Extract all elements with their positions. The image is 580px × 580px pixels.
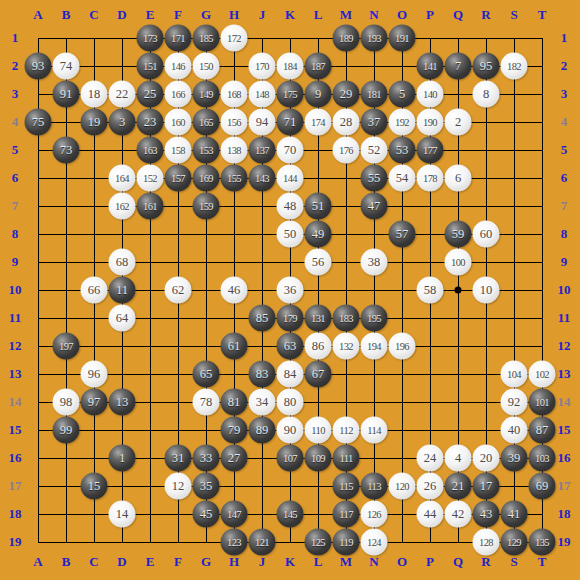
white-stone-R8[interactable]: 60 bbox=[473, 221, 500, 248]
move-number: 46 bbox=[228, 283, 241, 298]
left-coord-label: 12 bbox=[9, 339, 22, 353]
bottom-coord-label: C bbox=[89, 555, 98, 569]
move-number: 121 bbox=[255, 537, 269, 548]
left-coord-label: 6 bbox=[12, 171, 19, 185]
black-stone-M17[interactable]: 115 bbox=[333, 473, 360, 500]
black-stone-D14[interactable]: 13 bbox=[109, 389, 136, 416]
move-number: 1 bbox=[119, 451, 125, 466]
black-stone-D10[interactable]: 11 bbox=[109, 277, 136, 304]
black-stone-T15[interactable]: 87 bbox=[529, 417, 556, 444]
black-stone-K11[interactable]: 179 bbox=[277, 305, 304, 332]
white-stone-C10[interactable]: 66 bbox=[81, 277, 108, 304]
move-number: 110 bbox=[311, 425, 325, 436]
black-stone-A2[interactable]: 93 bbox=[25, 53, 52, 80]
move-number: 74 bbox=[60, 59, 73, 74]
white-stone-Q16[interactable]: 4 bbox=[445, 445, 472, 472]
black-stone-T14[interactable]: 101 bbox=[529, 389, 556, 416]
black-stone-J11[interactable]: 85 bbox=[249, 305, 276, 332]
move-number: 9 bbox=[315, 87, 321, 102]
top-coord-label: S bbox=[510, 8, 517, 22]
black-stone-B5[interactable]: 73 bbox=[53, 137, 80, 164]
white-stone-F3[interactable]: 166 bbox=[165, 81, 192, 108]
move-number: 163 bbox=[143, 145, 157, 156]
black-stone-N4[interactable]: 37 bbox=[361, 109, 388, 136]
move-number: 81 bbox=[228, 395, 241, 410]
white-stone-P10[interactable]: 58 bbox=[417, 277, 444, 304]
move-number: 35 bbox=[200, 479, 213, 494]
move-number: 197 bbox=[59, 341, 73, 352]
black-stone-F6[interactable]: 157 bbox=[165, 165, 192, 192]
left-coord-label: 2 bbox=[12, 59, 19, 73]
black-stone-H19[interactable]: 123 bbox=[221, 529, 248, 556]
move-number: 117 bbox=[339, 509, 353, 520]
white-stone-O17[interactable]: 120 bbox=[389, 473, 416, 500]
black-stone-L11[interactable]: 131 bbox=[305, 305, 332, 332]
black-stone-H6[interactable]: 155 bbox=[221, 165, 248, 192]
black-stone-C4[interactable]: 19 bbox=[81, 109, 108, 136]
white-stone-J2[interactable]: 170 bbox=[249, 53, 276, 80]
black-stone-G7[interactable]: 159 bbox=[193, 193, 220, 220]
white-stone-D6[interactable]: 164 bbox=[109, 165, 136, 192]
top-coord-label: K bbox=[285, 8, 295, 22]
move-number: 146 bbox=[171, 61, 185, 72]
move-number: 91 bbox=[60, 87, 73, 102]
black-stone-R18[interactable]: 43 bbox=[473, 501, 500, 528]
black-stone-G6[interactable]: 169 bbox=[193, 165, 220, 192]
move-number: 61 bbox=[228, 339, 241, 354]
move-number: 138 bbox=[227, 145, 241, 156]
bottom-coord-label: Q bbox=[453, 555, 463, 569]
move-number: 14 bbox=[116, 507, 129, 522]
white-stone-S14[interactable]: 92 bbox=[501, 389, 528, 416]
white-stone-K5[interactable]: 70 bbox=[277, 137, 304, 164]
white-stone-L4[interactable]: 174 bbox=[305, 109, 332, 136]
black-stone-M11[interactable]: 183 bbox=[333, 305, 360, 332]
white-stone-P17[interactable]: 26 bbox=[417, 473, 444, 500]
move-number: 140 bbox=[423, 89, 437, 100]
black-stone-K3[interactable]: 175 bbox=[277, 81, 304, 108]
black-stone-Q17[interactable]: 21 bbox=[445, 473, 472, 500]
white-stone-L9[interactable]: 56 bbox=[305, 249, 332, 276]
black-stone-B3[interactable]: 91 bbox=[53, 81, 80, 108]
black-stone-E5[interactable]: 163 bbox=[137, 137, 164, 164]
black-stone-G18[interactable]: 45 bbox=[193, 501, 220, 528]
white-stone-E6[interactable]: 152 bbox=[137, 165, 164, 192]
move-number: 187 bbox=[311, 61, 325, 72]
black-stone-G5[interactable]: 153 bbox=[193, 137, 220, 164]
bottom-coord-label: D bbox=[117, 555, 126, 569]
right-coord-label: 16 bbox=[558, 451, 571, 465]
black-stone-E1[interactable]: 173 bbox=[137, 25, 164, 52]
move-number: 24 bbox=[424, 451, 437, 466]
white-stone-O12[interactable]: 196 bbox=[389, 333, 416, 360]
move-number: 86 bbox=[312, 339, 325, 354]
right-coord-label: 3 bbox=[561, 87, 568, 101]
black-stone-E7[interactable]: 161 bbox=[137, 193, 164, 220]
move-number: 99 bbox=[60, 423, 73, 438]
black-stone-O8[interactable]: 57 bbox=[389, 221, 416, 248]
move-number: 109 bbox=[311, 453, 325, 464]
top-coord-label: R bbox=[481, 8, 490, 22]
move-number: 119 bbox=[339, 537, 353, 548]
black-stone-H15[interactable]: 79 bbox=[221, 417, 248, 444]
black-stone-M1[interactable]: 189 bbox=[333, 25, 360, 52]
move-number: 150 bbox=[199, 61, 213, 72]
move-number: 112 bbox=[339, 425, 353, 436]
black-stone-R17[interactable]: 17 bbox=[473, 473, 500, 500]
black-stone-S16[interactable]: 39 bbox=[501, 445, 528, 472]
white-stone-R16[interactable]: 20 bbox=[473, 445, 500, 472]
move-number: 63 bbox=[284, 339, 297, 354]
move-number: 152 bbox=[143, 173, 157, 184]
left-coord-label: 8 bbox=[12, 227, 19, 241]
bottom-coord-label: F bbox=[174, 555, 182, 569]
black-stone-P5[interactable]: 177 bbox=[417, 137, 444, 164]
black-stone-Q2[interactable]: 7 bbox=[445, 53, 472, 80]
black-stone-G16[interactable]: 33 bbox=[193, 445, 220, 472]
left-coord-label: 15 bbox=[9, 423, 22, 437]
white-stone-P16[interactable]: 24 bbox=[417, 445, 444, 472]
move-number: 26 bbox=[424, 479, 437, 494]
white-stone-N18[interactable]: 126 bbox=[361, 501, 388, 528]
move-number: 73 bbox=[60, 143, 73, 158]
black-stone-S19[interactable]: 129 bbox=[501, 529, 528, 556]
move-number: 157 bbox=[171, 173, 185, 184]
white-stone-F2[interactable]: 146 bbox=[165, 53, 192, 80]
white-stone-R3[interactable]: 8 bbox=[473, 81, 500, 108]
black-stone-C14[interactable]: 97 bbox=[81, 389, 108, 416]
white-stone-O4[interactable]: 192 bbox=[389, 109, 416, 136]
move-number: 175 bbox=[283, 89, 297, 100]
move-number: 129 bbox=[507, 537, 521, 548]
left-coord-label: 3 bbox=[12, 87, 19, 101]
white-stone-L15[interactable]: 110 bbox=[305, 417, 332, 444]
black-stone-G3[interactable]: 149 bbox=[193, 81, 220, 108]
white-stone-M12[interactable]: 132 bbox=[333, 333, 360, 360]
black-stone-G4[interactable]: 165 bbox=[193, 109, 220, 136]
black-stone-R2[interactable]: 95 bbox=[473, 53, 500, 80]
white-stone-N15[interactable]: 114 bbox=[361, 417, 388, 444]
move-number: 21 bbox=[452, 479, 465, 494]
left-coord-label: 5 bbox=[12, 143, 19, 157]
bottom-coord-label: S bbox=[510, 555, 517, 569]
white-stone-J3[interactable]: 148 bbox=[249, 81, 276, 108]
left-coord-label: 16 bbox=[9, 451, 22, 465]
black-stone-L3[interactable]: 9 bbox=[305, 81, 332, 108]
white-stone-P3[interactable]: 140 bbox=[417, 81, 444, 108]
move-number: 51 bbox=[312, 199, 325, 214]
white-stone-K10[interactable]: 36 bbox=[277, 277, 304, 304]
move-number: 62 bbox=[172, 283, 185, 298]
move-number: 143 bbox=[255, 173, 269, 184]
black-stone-N6[interactable]: 55 bbox=[361, 165, 388, 192]
move-number: 169 bbox=[199, 173, 213, 184]
white-stone-M4[interactable]: 28 bbox=[333, 109, 360, 136]
bottom-coord-label: A bbox=[33, 555, 42, 569]
white-stone-J14[interactable]: 34 bbox=[249, 389, 276, 416]
white-stone-D7[interactable]: 162 bbox=[109, 193, 136, 220]
move-number: 47 bbox=[368, 199, 381, 214]
black-stone-N11[interactable]: 195 bbox=[361, 305, 388, 332]
left-coord-label: 1 bbox=[12, 31, 19, 45]
move-number: 40 bbox=[508, 423, 521, 438]
white-stone-K6[interactable]: 144 bbox=[277, 165, 304, 192]
white-stone-P6[interactable]: 178 bbox=[417, 165, 444, 192]
black-stone-H12[interactable]: 61 bbox=[221, 333, 248, 360]
black-stone-L19[interactable]: 125 bbox=[305, 529, 332, 556]
white-stone-Q4[interactable]: 2 bbox=[445, 109, 472, 136]
move-number: 8 bbox=[483, 87, 489, 102]
white-stone-H10[interactable]: 46 bbox=[221, 277, 248, 304]
white-stone-B14[interactable]: 98 bbox=[53, 389, 80, 416]
black-stone-L7[interactable]: 51 bbox=[305, 193, 332, 220]
white-stone-C13[interactable]: 96 bbox=[81, 361, 108, 388]
black-stone-J6[interactable]: 143 bbox=[249, 165, 276, 192]
white-stone-J4[interactable]: 94 bbox=[249, 109, 276, 136]
move-number: 97 bbox=[88, 395, 101, 410]
move-number: 159 bbox=[199, 201, 213, 212]
black-stone-T19[interactable]: 135 bbox=[529, 529, 556, 556]
white-stone-K7[interactable]: 48 bbox=[277, 193, 304, 220]
move-number: 33 bbox=[200, 451, 213, 466]
white-stone-S2[interactable]: 182 bbox=[501, 53, 528, 80]
move-number: 4 bbox=[455, 451, 461, 466]
white-stone-S15[interactable]: 40 bbox=[501, 417, 528, 444]
black-stone-J19[interactable]: 121 bbox=[249, 529, 276, 556]
white-stone-H1[interactable]: 172 bbox=[221, 25, 248, 52]
black-stone-B12[interactable]: 197 bbox=[53, 333, 80, 360]
white-stone-C3[interactable]: 18 bbox=[81, 81, 108, 108]
white-stone-N9[interactable]: 38 bbox=[361, 249, 388, 276]
white-stone-R19[interactable]: 128 bbox=[473, 529, 500, 556]
move-number: 141 bbox=[423, 61, 437, 72]
black-stone-S18[interactable]: 41 bbox=[501, 501, 528, 528]
white-stone-K8[interactable]: 50 bbox=[277, 221, 304, 248]
white-stone-P18[interactable]: 44 bbox=[417, 501, 444, 528]
white-stone-F10[interactable]: 62 bbox=[165, 277, 192, 304]
right-coord-label: 18 bbox=[558, 507, 571, 521]
white-stone-F4[interactable]: 160 bbox=[165, 109, 192, 136]
move-number: 43 bbox=[480, 507, 493, 522]
black-stone-O5[interactable]: 53 bbox=[389, 137, 416, 164]
top-coord-label: L bbox=[314, 8, 323, 22]
black-stone-O1[interactable]: 191 bbox=[389, 25, 416, 52]
white-stone-B2[interactable]: 74 bbox=[53, 53, 80, 80]
black-stone-T16[interactable]: 103 bbox=[529, 445, 556, 472]
move-number: 124 bbox=[367, 537, 381, 548]
move-number: 96 bbox=[88, 367, 101, 382]
move-number: 75 bbox=[32, 115, 45, 130]
black-stone-G13[interactable]: 65 bbox=[193, 361, 220, 388]
move-number: 48 bbox=[284, 199, 297, 214]
move-number: 69 bbox=[536, 479, 549, 494]
left-coord-label: 17 bbox=[9, 479, 22, 493]
move-number: 23 bbox=[144, 115, 157, 130]
move-number: 85 bbox=[256, 311, 269, 326]
right-coord-label: 11 bbox=[558, 311, 570, 325]
black-stone-N1[interactable]: 193 bbox=[361, 25, 388, 52]
black-stone-A4[interactable]: 75 bbox=[25, 109, 52, 136]
black-stone-J13[interactable]: 83 bbox=[249, 361, 276, 388]
top-coord-label: Q bbox=[453, 8, 463, 22]
black-stone-G17[interactable]: 35 bbox=[193, 473, 220, 500]
black-stone-T17[interactable]: 69 bbox=[529, 473, 556, 500]
black-stone-H16[interactable]: 27 bbox=[221, 445, 248, 472]
white-stone-K14[interactable]: 80 bbox=[277, 389, 304, 416]
white-stone-T13[interactable]: 102 bbox=[529, 361, 556, 388]
white-stone-D9[interactable]: 68 bbox=[109, 249, 136, 276]
white-stone-F5[interactable]: 158 bbox=[165, 137, 192, 164]
black-stone-L13[interactable]: 67 bbox=[305, 361, 332, 388]
white-stone-G14[interactable]: 78 bbox=[193, 389, 220, 416]
move-number: 70 bbox=[284, 143, 297, 158]
black-stone-D16[interactable]: 1 bbox=[109, 445, 136, 472]
black-stone-L2[interactable]: 187 bbox=[305, 53, 332, 80]
move-number: 55 bbox=[368, 171, 381, 186]
move-number: 84 bbox=[284, 367, 297, 382]
top-coord-label: G bbox=[201, 8, 211, 22]
move-number: 50 bbox=[284, 227, 297, 242]
black-stone-H14[interactable]: 81 bbox=[221, 389, 248, 416]
black-stone-K12[interactable]: 63 bbox=[277, 333, 304, 360]
move-number: 153 bbox=[199, 145, 213, 156]
black-stone-O3[interactable]: 5 bbox=[389, 81, 416, 108]
left-coord-label: 7 bbox=[12, 199, 19, 213]
black-stone-N3[interactable]: 181 bbox=[361, 81, 388, 108]
white-stone-N12[interactable]: 194 bbox=[361, 333, 388, 360]
move-number: 60 bbox=[480, 227, 493, 242]
black-stone-M3[interactable]: 29 bbox=[333, 81, 360, 108]
white-stone-S13[interactable]: 104 bbox=[501, 361, 528, 388]
move-number: 92 bbox=[508, 395, 521, 410]
move-number: 13 bbox=[116, 395, 129, 410]
move-number: 192 bbox=[395, 117, 409, 128]
right-coord-label: 10 bbox=[558, 283, 571, 297]
white-stone-O6[interactable]: 54 bbox=[389, 165, 416, 192]
move-number: 174 bbox=[311, 117, 325, 128]
white-stone-D18[interactable]: 14 bbox=[109, 501, 136, 528]
black-stone-Q8[interactable]: 59 bbox=[445, 221, 472, 248]
white-stone-H3[interactable]: 168 bbox=[221, 81, 248, 108]
bottom-coord-label: E bbox=[146, 555, 155, 569]
black-stone-K4[interactable]: 71 bbox=[277, 109, 304, 136]
bottom-coord-label: H bbox=[229, 555, 239, 569]
white-stone-K13[interactable]: 84 bbox=[277, 361, 304, 388]
move-number: 162 bbox=[115, 201, 129, 212]
white-stone-N5[interactable]: 52 bbox=[361, 137, 388, 164]
right-coord-label: 4 bbox=[561, 115, 568, 129]
move-number: 123 bbox=[227, 537, 241, 548]
move-number: 53 bbox=[396, 143, 409, 158]
white-stone-R10[interactable]: 10 bbox=[473, 277, 500, 304]
black-stone-F1[interactable]: 171 bbox=[165, 25, 192, 52]
move-number: 147 bbox=[227, 509, 241, 520]
move-number: 67 bbox=[312, 367, 325, 382]
move-number: 66 bbox=[88, 283, 101, 298]
white-stone-D3[interactable]: 22 bbox=[109, 81, 136, 108]
black-stone-K16[interactable]: 107 bbox=[277, 445, 304, 472]
black-stone-E4[interactable]: 23 bbox=[137, 109, 164, 136]
right-coord-label: 19 bbox=[558, 535, 571, 549]
black-stone-P2[interactable]: 141 bbox=[417, 53, 444, 80]
move-number: 71 bbox=[284, 115, 297, 130]
white-stone-M5[interactable]: 176 bbox=[333, 137, 360, 164]
white-stone-Q9[interactable]: 100 bbox=[445, 249, 472, 276]
move-number: 59 bbox=[452, 227, 465, 242]
move-number: 11 bbox=[116, 283, 128, 298]
black-stone-J5[interactable]: 137 bbox=[249, 137, 276, 164]
black-stone-G1[interactable]: 185 bbox=[193, 25, 220, 52]
move-number: 196 bbox=[395, 341, 409, 352]
move-number: 25 bbox=[144, 87, 157, 102]
left-coord-label: 13 bbox=[9, 367, 22, 381]
white-stone-D11[interactable]: 64 bbox=[109, 305, 136, 332]
black-stone-N7[interactable]: 47 bbox=[361, 193, 388, 220]
white-stone-M15[interactable]: 112 bbox=[333, 417, 360, 444]
white-stone-F17[interactable]: 12 bbox=[165, 473, 192, 500]
move-number: 164 bbox=[115, 173, 129, 184]
black-stone-M16[interactable]: 111 bbox=[333, 445, 360, 472]
black-stone-E2[interactable]: 151 bbox=[137, 53, 164, 80]
white-stone-H5[interactable]: 138 bbox=[221, 137, 248, 164]
white-stone-K15[interactable]: 90 bbox=[277, 417, 304, 444]
white-stone-Q18[interactable]: 42 bbox=[445, 501, 472, 528]
black-stone-N17[interactable]: 113 bbox=[361, 473, 388, 500]
black-stone-E3[interactable]: 25 bbox=[137, 81, 164, 108]
move-number: 41 bbox=[508, 507, 521, 522]
move-number: 149 bbox=[199, 89, 213, 100]
white-stone-G2[interactable]: 150 bbox=[193, 53, 220, 80]
move-number: 31 bbox=[172, 451, 185, 466]
white-stone-P4[interactable]: 190 bbox=[417, 109, 444, 136]
move-number: 100 bbox=[451, 257, 465, 268]
black-stone-L16[interactable]: 109 bbox=[305, 445, 332, 472]
bottom-coord-label: O bbox=[397, 555, 407, 569]
black-stone-M18[interactable]: 117 bbox=[333, 501, 360, 528]
white-stone-L12[interactable]: 86 bbox=[305, 333, 332, 360]
white-stone-H4[interactable]: 156 bbox=[221, 109, 248, 136]
black-stone-D4[interactable]: 3 bbox=[109, 109, 136, 136]
black-stone-C17[interactable]: 15 bbox=[81, 473, 108, 500]
move-number: 168 bbox=[227, 89, 241, 100]
black-stone-L8[interactable]: 49 bbox=[305, 221, 332, 248]
black-stone-J15[interactable]: 89 bbox=[249, 417, 276, 444]
move-number: 125 bbox=[311, 537, 325, 548]
move-number: 39 bbox=[508, 451, 521, 466]
move-number: 17 bbox=[480, 479, 493, 494]
right-coord-label: 13 bbox=[558, 367, 571, 381]
black-stone-H18[interactable]: 147 bbox=[221, 501, 248, 528]
left-coord-label: 11 bbox=[9, 311, 21, 325]
black-stone-B15[interactable]: 99 bbox=[53, 417, 80, 444]
move-number: 37 bbox=[368, 115, 381, 130]
top-coord-label: P bbox=[426, 8, 434, 22]
right-coord-label: 8 bbox=[561, 227, 568, 241]
move-number: 7 bbox=[455, 59, 461, 74]
white-stone-Q6[interactable]: 6 bbox=[445, 165, 472, 192]
right-coord-label: 9 bbox=[561, 255, 568, 269]
black-stone-F16[interactable]: 31 bbox=[165, 445, 192, 472]
white-stone-N19[interactable]: 124 bbox=[361, 529, 388, 556]
black-stone-M19[interactable]: 119 bbox=[333, 529, 360, 556]
move-number: 156 bbox=[227, 117, 241, 128]
move-number: 45 bbox=[200, 507, 213, 522]
left-coord-label: 10 bbox=[9, 283, 22, 297]
black-stone-K18[interactable]: 145 bbox=[277, 501, 304, 528]
move-number: 115 bbox=[339, 481, 353, 492]
move-number: 191 bbox=[395, 33, 409, 44]
white-stone-K2[interactable]: 184 bbox=[277, 53, 304, 80]
